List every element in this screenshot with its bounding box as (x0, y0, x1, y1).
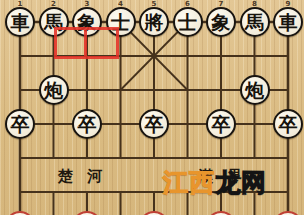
watermark: 江西龙网 (163, 170, 267, 195)
piece-black-horse[interactable]: 馬 (240, 7, 270, 37)
piece-black-general[interactable]: 將 (139, 7, 169, 37)
move-highlight-rect (54, 27, 119, 59)
piece-red-soldier[interactable]: 兵 (72, 211, 102, 215)
piece-red-soldier[interactable]: 兵 (206, 211, 236, 215)
piece-black-advisor[interactable]: 士 (173, 7, 203, 37)
piece-black-soldier[interactable]: 卒 (5, 109, 35, 139)
piece-black-soldier[interactable]: 卒 (206, 109, 236, 139)
move-highlight-divider (84, 30, 87, 56)
piece-black-cannon[interactable]: 炮 (39, 75, 69, 105)
xiangqi-board: 123456789 楚河 漢界 車馬象士將士象馬車炮炮卒卒卒卒卒兵兵兵兵兵 江西… (0, 0, 304, 215)
piece-black-cannon[interactable]: 炮 (240, 75, 270, 105)
piece-black-soldier[interactable]: 卒 (273, 109, 303, 139)
piece-black-elephant[interactable]: 象 (206, 7, 236, 37)
piece-red-soldier[interactable]: 兵 (273, 211, 303, 215)
watermark-text-white: 龙网 (215, 168, 267, 197)
piece-red-soldier[interactable]: 兵 (139, 211, 169, 215)
watermark-text-red: 江西 (163, 168, 215, 197)
piece-black-chariot[interactable]: 車 (273, 7, 303, 37)
piece-red-soldier[interactable]: 兵 (5, 211, 35, 215)
piece-black-soldier[interactable]: 卒 (72, 109, 102, 139)
piece-black-chariot[interactable]: 車 (5, 7, 35, 37)
piece-black-soldier[interactable]: 卒 (139, 109, 169, 139)
